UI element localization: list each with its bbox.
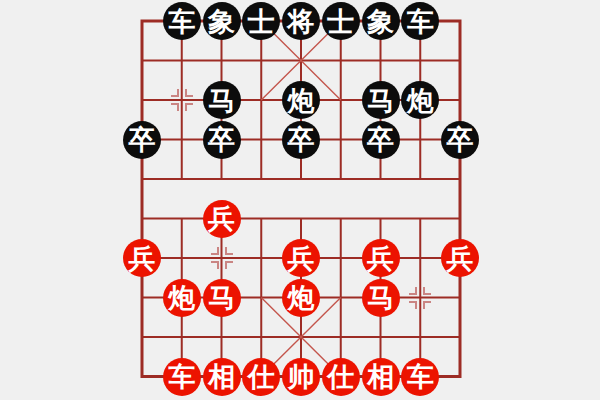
last-move-marker: [210, 246, 234, 270]
board-point[interactable]: 象: [361, 1, 401, 41]
piece-black-elephant[interactable]: 象: [362, 2, 400, 40]
board-point[interactable]: [400, 41, 440, 81]
board-point[interactable]: [202, 317, 242, 357]
piece-red-soldier[interactable]: 兵: [441, 239, 479, 277]
piece-black-cannon[interactable]: 炮: [282, 81, 320, 119]
piece-black-soldier[interactable]: 卒: [441, 121, 479, 159]
marker-corner-tr: [423, 287, 431, 295]
board-point[interactable]: 卒: [361, 120, 401, 160]
board-point[interactable]: 马: [202, 278, 242, 318]
piece-black-advisor[interactable]: 士: [242, 2, 280, 40]
board-point[interactable]: [122, 1, 162, 41]
marker-corner-bl: [171, 103, 179, 111]
piece-black-soldier[interactable]: 卒: [123, 121, 161, 159]
board-point[interactable]: 仕: [241, 357, 281, 397]
board-point[interactable]: [440, 80, 480, 120]
board-point[interactable]: 象: [202, 1, 242, 41]
board-point[interactable]: 炮: [281, 278, 321, 318]
board-point[interactable]: [321, 238, 361, 278]
board-point[interactable]: [162, 199, 202, 239]
board-point[interactable]: 炮: [281, 80, 321, 120]
board-point[interactable]: 士: [321, 1, 361, 41]
board-point[interactable]: [122, 317, 162, 357]
board-point[interactable]: 相: [202, 357, 242, 397]
board-point[interactable]: [321, 120, 361, 160]
board-point[interactable]: 兵: [202, 199, 242, 239]
board-point[interactable]: 兵: [361, 238, 401, 278]
marker-corner-tl: [211, 247, 219, 255]
board-point[interactable]: 卒: [440, 120, 480, 160]
piece-black-cannon[interactable]: 炮: [401, 81, 439, 119]
board-point[interactable]: [361, 159, 401, 199]
board-point[interactable]: [162, 238, 202, 278]
board-point[interactable]: [361, 199, 401, 239]
piece-red-general[interactable]: 帅: [282, 358, 320, 396]
board-point[interactable]: [400, 238, 440, 278]
piece-black-horse[interactable]: 马: [203, 81, 241, 119]
board-point[interactable]: [440, 357, 480, 397]
piece-black-elephant[interactable]: 象: [203, 2, 241, 40]
piece-black-general[interactable]: 将: [282, 2, 320, 40]
board-point[interactable]: [202, 159, 242, 199]
board-point[interactable]: 车: [162, 357, 202, 397]
marker-corner-tr: [225, 247, 233, 255]
board-point[interactable]: [241, 238, 281, 278]
board-point[interactable]: [440, 1, 480, 41]
marker-corner-br: [225, 261, 233, 269]
board-point[interactable]: 仕: [321, 357, 361, 397]
board-point[interactable]: 兵: [281, 238, 321, 278]
board-point[interactable]: [281, 199, 321, 239]
board-point[interactable]: [162, 120, 202, 160]
board-point[interactable]: [122, 41, 162, 81]
board-point[interactable]: [202, 41, 242, 81]
piece-red-soldier[interactable]: 兵: [282, 239, 320, 277]
board-points: 车象士将士象车马炮马炮卒卒卒卒卒兵兵兵兵兵炮马炮马车相仕帅仕相车: [122, 1, 480, 396]
marker-corner-bl: [409, 301, 417, 309]
board-point[interactable]: [440, 317, 480, 357]
board-point[interactable]: [241, 199, 281, 239]
board-point[interactable]: [162, 41, 202, 81]
board-point[interactable]: [321, 41, 361, 81]
board-point[interactable]: [361, 41, 401, 81]
board-point[interactable]: [321, 199, 361, 239]
piece-black-rook[interactable]: 车: [163, 2, 201, 40]
board-point[interactable]: [241, 120, 281, 160]
board-point[interactable]: [440, 278, 480, 318]
piece-black-advisor[interactable]: 士: [322, 2, 360, 40]
board-point[interactable]: [321, 159, 361, 199]
board-point[interactable]: [241, 159, 281, 199]
board-point[interactable]: 帅: [281, 357, 321, 397]
board-point[interactable]: [122, 199, 162, 239]
board-point[interactable]: [162, 80, 202, 120]
piece-black-horse[interactable]: 马: [362, 81, 400, 119]
board-point[interactable]: [440, 41, 480, 81]
piece-red-horse[interactable]: 马: [203, 279, 241, 317]
board-point[interactable]: [122, 159, 162, 199]
piece-red-cannon[interactable]: 炮: [282, 279, 320, 317]
board-point[interactable]: [361, 317, 401, 357]
marker-corner-bl: [211, 261, 219, 269]
board-point[interactable]: 兵: [440, 238, 480, 278]
board-point[interactable]: [321, 278, 361, 318]
board-point[interactable]: 炮: [162, 278, 202, 318]
piece-red-elephant[interactable]: 相: [203, 358, 241, 396]
board-point[interactable]: [162, 317, 202, 357]
board-point[interactable]: [281, 159, 321, 199]
board-point[interactable]: [440, 159, 480, 199]
board-point[interactable]: [400, 278, 440, 318]
piece-red-cannon[interactable]: 炮: [163, 279, 201, 317]
piece-red-soldier[interactable]: 兵: [123, 239, 161, 277]
marker-corner-tr: [185, 89, 193, 97]
board-point[interactable]: 车: [162, 1, 202, 41]
board-point[interactable]: [321, 80, 361, 120]
board-point[interactable]: [241, 80, 281, 120]
board-point[interactable]: [122, 278, 162, 318]
piece-red-soldier[interactable]: 兵: [203, 200, 241, 238]
board-point[interactable]: [440, 199, 480, 239]
marker-corner-br: [185, 103, 193, 111]
board-point[interactable]: [281, 317, 321, 357]
board-point[interactable]: [162, 159, 202, 199]
board-point[interactable]: [241, 278, 281, 318]
piece-red-rook[interactable]: 车: [163, 358, 201, 396]
board-point[interactable]: 相: [361, 357, 401, 397]
marker-corner-tl: [409, 287, 417, 295]
piece-black-soldier[interactable]: 卒: [362, 121, 400, 159]
piece-black-soldier[interactable]: 卒: [203, 121, 241, 159]
board-point[interactable]: 马: [361, 80, 401, 120]
marker-corner-br: [423, 301, 431, 309]
board-point[interactable]: [400, 317, 440, 357]
board-point[interactable]: 卒: [122, 120, 162, 160]
board-point[interactable]: [281, 41, 321, 81]
marker-corner-tl: [171, 89, 179, 97]
board-point[interactable]: [241, 317, 281, 357]
piece-red-rook[interactable]: 车: [401, 358, 439, 396]
board-point[interactable]: 卒: [202, 120, 242, 160]
last-move-marker: [170, 88, 194, 112]
board-point[interactable]: 马: [361, 278, 401, 318]
board-point[interactable]: [400, 159, 440, 199]
board-point[interactable]: 车: [400, 357, 440, 397]
piece-red-soldier[interactable]: 兵: [362, 239, 400, 277]
piece-black-soldier[interactable]: 卒: [282, 121, 320, 159]
xiangqi-board: 车象士将士象车马炮马炮卒卒卒卒卒兵兵兵兵兵炮马炮马车相仕帅仕相车: [0, 0, 600, 400]
last-move-marker: [408, 286, 432, 310]
board-point[interactable]: [122, 80, 162, 120]
board-point[interactable]: [400, 120, 440, 160]
board-point[interactable]: 兵: [122, 238, 162, 278]
board-point[interactable]: 士: [241, 1, 281, 41]
piece-black-rook[interactable]: 车: [401, 2, 439, 40]
board-point[interactable]: 卒: [281, 120, 321, 160]
board-point[interactable]: [400, 199, 440, 239]
board-point[interactable]: [122, 357, 162, 397]
board-point[interactable]: [202, 238, 242, 278]
board-point[interactable]: [321, 317, 361, 357]
piece-red-advisor[interactable]: 仕: [322, 358, 360, 396]
board-point[interactable]: [241, 41, 281, 81]
board-point[interactable]: 马: [202, 80, 242, 120]
piece-red-elephant[interactable]: 相: [362, 358, 400, 396]
piece-red-advisor[interactable]: 仕: [242, 358, 280, 396]
board-point[interactable]: 炮: [400, 80, 440, 120]
piece-red-horse[interactable]: 马: [362, 279, 400, 317]
board-point[interactable]: 车: [400, 1, 440, 41]
board-point[interactable]: 将: [281, 1, 321, 41]
